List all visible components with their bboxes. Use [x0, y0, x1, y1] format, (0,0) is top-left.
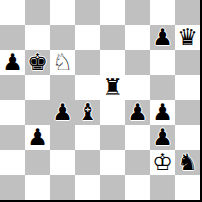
- square-e3[interactable]: [100, 125, 125, 150]
- black-pawn: ♟: [152, 125, 173, 150]
- square-h5[interactable]: [175, 75, 200, 100]
- square-h7[interactable]: ♛: [175, 25, 200, 50]
- square-h1[interactable]: [175, 175, 200, 200]
- square-d1[interactable]: [75, 175, 100, 200]
- square-h3[interactable]: [175, 125, 200, 150]
- square-e4[interactable]: [100, 100, 125, 125]
- square-f4[interactable]: ♟: [125, 100, 150, 125]
- square-d7[interactable]: [75, 25, 100, 50]
- square-b5[interactable]: [25, 75, 50, 100]
- black-pawn: ♟: [2, 50, 23, 75]
- square-a6[interactable]: ♟: [0, 50, 25, 75]
- square-f8[interactable]: [125, 0, 150, 25]
- square-g5[interactable]: [150, 75, 175, 100]
- black-bishop: ♝: [77, 100, 98, 125]
- square-c5[interactable]: [50, 75, 75, 100]
- square-a5[interactable]: [0, 75, 25, 100]
- black-queen: ♛: [177, 25, 198, 50]
- square-b7[interactable]: [25, 25, 50, 50]
- square-a3[interactable]: [0, 125, 25, 150]
- square-a2[interactable]: [0, 150, 25, 175]
- square-g8[interactable]: [150, 0, 175, 25]
- square-g7[interactable]: ♟: [150, 25, 175, 50]
- square-e6[interactable]: [100, 50, 125, 75]
- square-a8[interactable]: [0, 0, 25, 25]
- square-d2[interactable]: [75, 150, 100, 175]
- black-pawn: ♟: [52, 100, 73, 125]
- square-e8[interactable]: [100, 0, 125, 25]
- square-f2[interactable]: [125, 150, 150, 175]
- square-d3[interactable]: [75, 125, 100, 150]
- square-c6[interactable]: ♘: [50, 50, 75, 75]
- square-f6[interactable]: [125, 50, 150, 75]
- square-g6[interactable]: [150, 50, 175, 75]
- square-e2[interactable]: [100, 150, 125, 175]
- square-f5[interactable]: [125, 75, 150, 100]
- square-g3[interactable]: ♟: [150, 125, 175, 150]
- square-c3[interactable]: [50, 125, 75, 150]
- black-pawn: ♟: [152, 25, 173, 50]
- black-king: ♚: [27, 50, 48, 75]
- white-king: ♔: [152, 150, 173, 175]
- square-g4[interactable]: ♟: [150, 100, 175, 125]
- chess-board: ♟♛♟♚♘♜♟♝♟♟♟♟♔♞: [0, 0, 202, 202]
- black-knight: ♞: [177, 150, 198, 175]
- square-e5[interactable]: ♜: [100, 75, 125, 100]
- square-f1[interactable]: [125, 175, 150, 200]
- square-e7[interactable]: [100, 25, 125, 50]
- square-h6[interactable]: [175, 50, 200, 75]
- square-d8[interactable]: [75, 0, 100, 25]
- square-b4[interactable]: [25, 100, 50, 125]
- black-pawn: ♟: [152, 100, 173, 125]
- square-d5[interactable]: [75, 75, 100, 100]
- black-pawn: ♟: [127, 100, 148, 125]
- square-h4[interactable]: [175, 100, 200, 125]
- square-b3[interactable]: ♟: [25, 125, 50, 150]
- square-d6[interactable]: [75, 50, 100, 75]
- square-e1[interactable]: [100, 175, 125, 200]
- black-rook: ♜: [102, 75, 123, 100]
- square-b1[interactable]: [25, 175, 50, 200]
- square-g1[interactable]: [150, 175, 175, 200]
- square-a7[interactable]: [0, 25, 25, 50]
- square-b2[interactable]: [25, 150, 50, 175]
- square-a1[interactable]: [0, 175, 25, 200]
- square-b8[interactable]: [25, 0, 50, 25]
- square-g2[interactable]: ♔: [150, 150, 175, 175]
- square-d4[interactable]: ♝: [75, 100, 100, 125]
- square-h8[interactable]: [175, 0, 200, 25]
- square-h2[interactable]: ♞: [175, 150, 200, 175]
- square-c2[interactable]: [50, 150, 75, 175]
- square-f3[interactable]: [125, 125, 150, 150]
- square-a4[interactable]: [0, 100, 25, 125]
- square-c7[interactable]: [50, 25, 75, 50]
- square-f7[interactable]: [125, 25, 150, 50]
- white-knight: ♘: [52, 50, 73, 75]
- square-b6[interactable]: ♚: [25, 50, 50, 75]
- square-c4[interactable]: ♟: [50, 100, 75, 125]
- black-pawn: ♟: [27, 125, 48, 150]
- square-c1[interactable]: [50, 175, 75, 200]
- square-c8[interactable]: [50, 0, 75, 25]
